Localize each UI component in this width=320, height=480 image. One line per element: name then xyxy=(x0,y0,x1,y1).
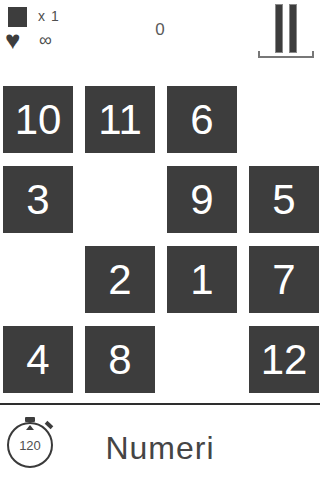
grid-cell[interactable]: 9 xyxy=(167,166,237,233)
grid-cell[interactable]: 3 xyxy=(3,166,73,233)
pause-icon xyxy=(289,4,297,53)
grid-cell xyxy=(249,86,319,153)
grid-cell[interactable]: 4 xyxy=(3,326,73,393)
grid-cell xyxy=(167,326,237,393)
header-hud: x 1 ♥ ∞ 0 xyxy=(0,0,320,86)
grid-cell[interactable]: 7 xyxy=(249,246,319,313)
grid-cell xyxy=(3,246,73,313)
grid-cell[interactable]: 6 xyxy=(167,86,237,153)
grid-cell[interactable]: 5 xyxy=(249,166,319,233)
grid-cell[interactable]: 11 xyxy=(85,86,155,153)
grid-cell[interactable]: 10 xyxy=(3,86,73,153)
grid-cell[interactable]: 1 xyxy=(167,246,237,313)
pause-icon xyxy=(275,4,283,53)
grid-cell[interactable]: 12 xyxy=(249,326,319,393)
number-grid: 10 11 6 3 9 5 2 1 7 4 8 12 xyxy=(3,86,319,393)
pause-button[interactable] xyxy=(255,2,315,60)
game-title: Numeri xyxy=(0,430,320,467)
grid-cell[interactable]: 8 xyxy=(85,326,155,393)
pause-icon-base xyxy=(258,51,314,58)
grid-cell xyxy=(85,166,155,233)
footer-separator xyxy=(0,403,320,405)
grid-cell[interactable]: 2 xyxy=(85,246,155,313)
